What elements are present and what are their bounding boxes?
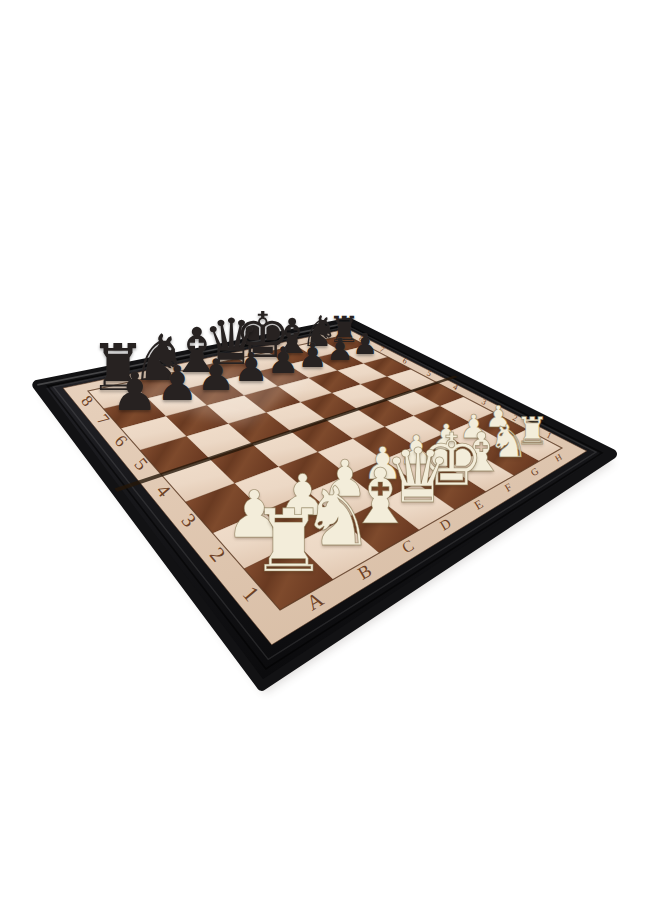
piece-white-pawn-a2: ♟ [215, 482, 293, 547]
piece-black-bishop-c8: ♝ [160, 320, 235, 382]
piece-black-pawn-f7: ♟ [293, 339, 333, 373]
piece-white-knight-b1: ♞ [289, 476, 387, 558]
piece-black-pawn-b7: ♟ [149, 359, 207, 407]
piece-white-pawn-e2: ♟ [392, 430, 440, 470]
piece-white-bishop-f1: ♝ [449, 426, 514, 480]
piece-black-pawn-e7: ♟ [261, 343, 305, 380]
piece-white-pawn-b2: ♟ [268, 467, 337, 524]
piece-white-queen-d1: ♛ [373, 439, 464, 515]
piece-white-king-e1: ♚ [408, 424, 495, 496]
piece-black-rook-a8: ♜ [79, 336, 156, 401]
piece-white-rook-h1: ♜ [510, 413, 556, 451]
piece-white-pawn-c2: ♟ [315, 454, 376, 505]
piece-black-knight-b8: ♞ [121, 327, 198, 391]
chess-pieces-layer: ♜♞♝♛♚♝♞♜♟♟♟♟♟♟♟♟♟♟♟♟♟♟♟♟♜♞♝♛♚♝♞♜ [0, 0, 660, 900]
piece-white-pawn-g2: ♟ [454, 411, 493, 444]
piece-white-knight-g1: ♞ [481, 419, 536, 465]
piece-black-pawn-g7: ♟ [321, 334, 358, 365]
piece-black-pawn-d7: ♟ [227, 348, 275, 388]
piece-black-pawn-h7: ♟ [348, 330, 383, 359]
piece-black-queen-d8: ♛ [193, 311, 269, 375]
piece-black-king-e8: ♚ [225, 304, 301, 367]
piece-black-knight-g8: ♞ [294, 311, 345, 353]
piece-white-bishop-c1: ♝ [335, 459, 427, 535]
piece-black-rook-h8: ♜ [323, 312, 366, 348]
piece-black-pawn-a7: ♟ [103, 365, 167, 418]
product-photo: 1234567812345678ABCDEFGH ♜♞♝♛♚♝♞♜♟♟♟♟♟♟♟… [0, 0, 660, 900]
piece-white-pawn-h2: ♟ [480, 402, 516, 432]
piece-black-pawn-c7: ♟ [190, 354, 242, 398]
piece-black-bishop-f8: ♝ [263, 312, 321, 360]
piece-white-pawn-d2: ♟ [356, 442, 410, 487]
piece-white-rook-a1: ♜ [237, 498, 341, 585]
piece-white-pawn-f2: ♟ [425, 420, 469, 456]
